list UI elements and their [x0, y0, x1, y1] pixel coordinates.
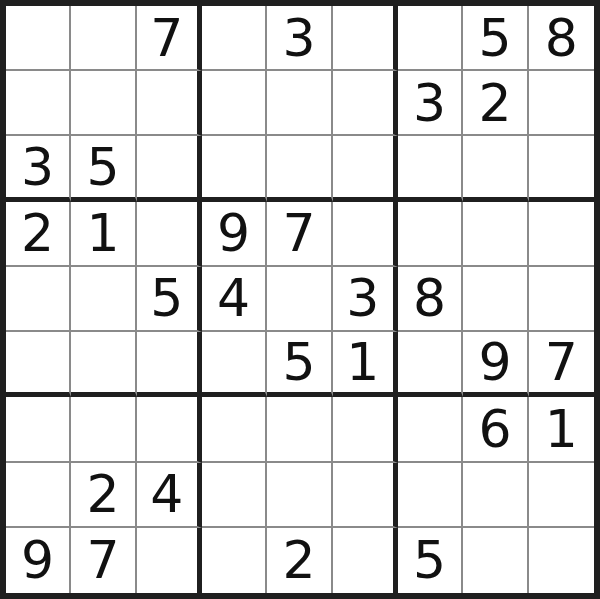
cell-r6c9: 7 — [529, 332, 594, 397]
cell-r8c2: 2 — [71, 463, 136, 528]
cell-r9c8[interactable] — [463, 528, 528, 593]
cell-r1c3: 7 — [137, 6, 202, 71]
cell-r8c9[interactable] — [529, 463, 594, 528]
cell-r2c4[interactable] — [202, 71, 267, 136]
cell-r1c6[interactable] — [333, 6, 398, 71]
cell-r6c4[interactable] — [202, 332, 267, 397]
cell-r8c4[interactable] — [202, 463, 267, 528]
cell-r7c2[interactable] — [71, 397, 136, 462]
cell-r3c6[interactable] — [333, 136, 398, 201]
cell-r3c4[interactable] — [202, 136, 267, 201]
cell-r6c8: 9 — [463, 332, 528, 397]
cell-r9c7: 5 — [398, 528, 463, 593]
sudoku-board: 7358323521975438519761249725 — [0, 0, 600, 599]
cell-r3c7[interactable] — [398, 136, 463, 201]
cell-r5c5[interactable] — [267, 267, 332, 332]
cell-r1c9: 8 — [529, 6, 594, 71]
given-digit: 2 — [86, 468, 119, 520]
given-digit: 2 — [21, 207, 54, 259]
cell-r5c4: 4 — [202, 267, 267, 332]
cell-r7c9: 1 — [529, 397, 594, 462]
given-digit: 3 — [282, 12, 315, 64]
given-digit: 1 — [86, 207, 119, 259]
cell-r4c3[interactable] — [137, 202, 202, 267]
cell-r5c1[interactable] — [6, 267, 71, 332]
given-digit: 2 — [282, 534, 315, 586]
given-digit: 4 — [150, 468, 183, 520]
cell-r3c2: 5 — [71, 136, 136, 201]
cell-r2c3[interactable] — [137, 71, 202, 136]
cell-r4c6[interactable] — [333, 202, 398, 267]
cell-r2c2[interactable] — [71, 71, 136, 136]
cell-r8c5[interactable] — [267, 463, 332, 528]
given-digit: 5 — [282, 336, 315, 388]
cell-r7c4[interactable] — [202, 397, 267, 462]
cell-r4c4: 9 — [202, 202, 267, 267]
cell-r5c7: 8 — [398, 267, 463, 332]
cell-r8c6[interactable] — [333, 463, 398, 528]
given-digit: 7 — [86, 534, 119, 586]
cell-r2c5[interactable] — [267, 71, 332, 136]
cell-r1c4[interactable] — [202, 6, 267, 71]
cell-r9c9[interactable] — [529, 528, 594, 593]
cell-r2c1[interactable] — [6, 71, 71, 136]
cell-r5c9[interactable] — [529, 267, 594, 332]
cell-r4c8[interactable] — [463, 202, 528, 267]
cell-r5c3: 5 — [137, 267, 202, 332]
cell-r6c6: 1 — [333, 332, 398, 397]
cell-r7c3[interactable] — [137, 397, 202, 462]
cell-r1c5: 3 — [267, 6, 332, 71]
cell-r3c1: 3 — [6, 136, 71, 201]
cell-r5c6: 3 — [333, 267, 398, 332]
given-digit: 3 — [21, 141, 54, 193]
cell-r8c8[interactable] — [463, 463, 528, 528]
cell-r7c7[interactable] — [398, 397, 463, 462]
cell-r9c4[interactable] — [202, 528, 267, 593]
cell-r9c5: 2 — [267, 528, 332, 593]
given-digit: 9 — [217, 207, 250, 259]
given-digit: 7 — [545, 336, 578, 388]
given-digit: 4 — [217, 272, 250, 324]
cell-r7c1[interactable] — [6, 397, 71, 462]
cell-r6c1[interactable] — [6, 332, 71, 397]
cell-r4c2: 1 — [71, 202, 136, 267]
given-digit: 5 — [86, 141, 119, 193]
cell-r7c5[interactable] — [267, 397, 332, 462]
given-digit: 1 — [545, 403, 578, 455]
cell-r9c6[interactable] — [333, 528, 398, 593]
cell-r5c2[interactable] — [71, 267, 136, 332]
cell-r6c7[interactable] — [398, 332, 463, 397]
cell-r2c7: 3 — [398, 71, 463, 136]
given-digit: 7 — [282, 207, 315, 259]
given-digit: 8 — [413, 272, 446, 324]
cell-r6c5: 5 — [267, 332, 332, 397]
given-digit: 3 — [346, 272, 379, 324]
cell-r1c1[interactable] — [6, 6, 71, 71]
given-digit: 5 — [478, 12, 511, 64]
cell-r3c9[interactable] — [529, 136, 594, 201]
cell-r4c9[interactable] — [529, 202, 594, 267]
given-digit: 5 — [413, 534, 446, 586]
given-digit: 8 — [545, 12, 578, 64]
given-digit: 9 — [21, 534, 54, 586]
cell-r6c3[interactable] — [137, 332, 202, 397]
cell-r8c7[interactable] — [398, 463, 463, 528]
cell-r7c8: 6 — [463, 397, 528, 462]
cell-r2c6[interactable] — [333, 71, 398, 136]
cell-r8c3: 4 — [137, 463, 202, 528]
cell-r6c2[interactable] — [71, 332, 136, 397]
cell-r9c2: 7 — [71, 528, 136, 593]
cell-r2c8: 2 — [463, 71, 528, 136]
cell-r3c3[interactable] — [137, 136, 202, 201]
cell-r2c9[interactable] — [529, 71, 594, 136]
cell-r1c7[interactable] — [398, 6, 463, 71]
given-digit: 2 — [478, 77, 511, 129]
cell-r5c8[interactable] — [463, 267, 528, 332]
cell-r7c6[interactable] — [333, 397, 398, 462]
given-digit: 9 — [478, 336, 511, 388]
cell-r3c8[interactable] — [463, 136, 528, 201]
cell-r9c3[interactable] — [137, 528, 202, 593]
cell-r4c1: 2 — [6, 202, 71, 267]
given-digit: 7 — [150, 12, 183, 64]
given-digit: 5 — [150, 272, 183, 324]
cell-r8c1[interactable] — [6, 463, 71, 528]
cell-r1c8: 5 — [463, 6, 528, 71]
cell-r1c2[interactable] — [71, 6, 136, 71]
cell-r9c1: 9 — [6, 528, 71, 593]
given-digit: 3 — [413, 77, 446, 129]
cell-r3c5[interactable] — [267, 136, 332, 201]
given-digit: 6 — [478, 403, 511, 455]
given-digit: 1 — [346, 336, 379, 388]
cell-r4c7[interactable] — [398, 202, 463, 267]
cell-r4c5: 7 — [267, 202, 332, 267]
